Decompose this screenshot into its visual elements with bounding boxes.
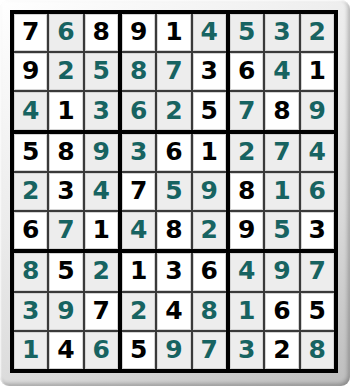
cell-digit: 7 xyxy=(22,19,39,46)
cell-r5c2[interactable]: 3 xyxy=(49,173,82,210)
cell-r9c3[interactable]: 6 xyxy=(85,332,118,369)
cell-r7c3[interactable]: 2 xyxy=(85,253,118,290)
cell-digit: 7 xyxy=(165,58,182,85)
cell-digit: 9 xyxy=(165,337,182,364)
sudoku-box-3: 532641789 xyxy=(230,14,334,130)
cell-r4c1[interactable]: 5 xyxy=(14,134,47,171)
cell-digit: 1 xyxy=(273,178,290,205)
cell-r6c1[interactable]: 6 xyxy=(14,212,47,249)
cell-digit: 2 xyxy=(238,139,255,166)
cell-digit: 6 xyxy=(57,19,74,46)
cell-digit: 7 xyxy=(201,337,218,364)
cell-digit: 3 xyxy=(93,98,110,125)
cell-digit: 3 xyxy=(309,217,326,244)
cell-r7c6[interactable]: 6 xyxy=(193,253,226,290)
cell-r9c9[interactable]: 8 xyxy=(301,332,334,369)
cell-digit: 2 xyxy=(201,217,218,244)
cell-digit: 1 xyxy=(22,337,39,364)
cell-r5c1[interactable]: 2 xyxy=(14,173,47,210)
cell-digit: 5 xyxy=(165,178,182,205)
cell-digit: 3 xyxy=(238,337,255,364)
background-frame: 7689254139148736255326417895892346713617… xyxy=(0,0,350,386)
cell-r1c3[interactable]: 8 xyxy=(85,14,118,51)
cell-r1c5[interactable]: 1 xyxy=(157,14,190,51)
cell-digit: 6 xyxy=(22,217,39,244)
cell-digit: 9 xyxy=(201,178,218,205)
cell-digit: 3 xyxy=(201,58,218,85)
cell-digit: 9 xyxy=(238,217,255,244)
cell-digit: 6 xyxy=(273,298,290,325)
cell-r3c7[interactable]: 7 xyxy=(230,92,263,129)
cell-digit: 6 xyxy=(93,337,110,364)
sudoku-box-grid: 7689254139148736255326417895892346713617… xyxy=(14,14,334,369)
cell-r2c8[interactable]: 4 xyxy=(265,53,298,90)
cell-digit: 9 xyxy=(22,58,39,85)
cell-digit: 5 xyxy=(273,217,290,244)
cell-r4c6[interactable]: 1 xyxy=(193,134,226,171)
cell-r6c4[interactable]: 4 xyxy=(122,212,155,249)
cell-digit: 2 xyxy=(93,258,110,285)
cell-r1c1[interactable]: 7 xyxy=(14,14,47,51)
cell-r4c3[interactable]: 9 xyxy=(85,134,118,171)
cell-digit: 8 xyxy=(273,98,290,125)
cell-digit: 1 xyxy=(93,217,110,244)
cell-digit: 8 xyxy=(130,58,147,85)
cell-digit: 4 xyxy=(201,19,218,46)
cell-r9c1[interactable]: 1 xyxy=(14,332,47,369)
cell-digit: 8 xyxy=(201,298,218,325)
cell-r8c9[interactable]: 5 xyxy=(301,293,334,330)
cell-r3c3[interactable]: 3 xyxy=(85,92,118,129)
cell-r5c9[interactable]: 6 xyxy=(301,173,334,210)
cell-r6c3[interactable]: 1 xyxy=(85,212,118,249)
cell-r4c5[interactable]: 6 xyxy=(157,134,190,171)
sudoku-box-5: 361759482 xyxy=(122,134,226,250)
cell-digit: 7 xyxy=(57,217,74,244)
cell-r6c2[interactable]: 7 xyxy=(49,212,82,249)
cell-r6c8[interactable]: 5 xyxy=(265,212,298,249)
cell-r8c6[interactable]: 8 xyxy=(193,293,226,330)
cell-digit: 8 xyxy=(165,217,182,244)
cell-digit: 6 xyxy=(165,139,182,166)
cell-digit: 4 xyxy=(93,178,110,205)
cell-r7c1[interactable]: 8 xyxy=(14,253,47,290)
cell-digit: 8 xyxy=(22,258,39,285)
cell-r9c4[interactable]: 5 xyxy=(122,332,155,369)
cell-digit: 1 xyxy=(165,19,182,46)
cell-digit: 4 xyxy=(130,217,147,244)
cell-digit: 9 xyxy=(309,98,326,125)
cell-r1c7[interactable]: 5 xyxy=(230,14,263,51)
cell-digit: 5 xyxy=(57,258,74,285)
cell-r1c9[interactable]: 2 xyxy=(301,14,334,51)
cell-digit: 9 xyxy=(57,298,74,325)
cell-digit: 2 xyxy=(273,337,290,364)
cell-r4c8[interactable]: 7 xyxy=(265,134,298,171)
cell-digit: 4 xyxy=(238,258,255,285)
sudoku-box-6: 274816953 xyxy=(230,134,334,250)
cell-r8c2[interactable]: 9 xyxy=(49,293,82,330)
cell-digit: 6 xyxy=(238,58,255,85)
cell-digit: 5 xyxy=(93,58,110,85)
cell-digit: 8 xyxy=(309,337,326,364)
cell-r5c3[interactable]: 4 xyxy=(85,173,118,210)
cell-r1c4[interactable]: 9 xyxy=(122,14,155,51)
cell-digit: 5 xyxy=(238,19,255,46)
cell-r5c4[interactable]: 7 xyxy=(122,173,155,210)
cell-digit: 7 xyxy=(273,139,290,166)
cell-r1c8[interactable]: 3 xyxy=(265,14,298,51)
cell-r9c7[interactable]: 3 xyxy=(230,332,263,369)
sudoku-box-1: 768925413 xyxy=(14,14,118,130)
cell-r6c7[interactable]: 9 xyxy=(230,212,263,249)
cell-r2c6[interactable]: 3 xyxy=(193,53,226,90)
cell-digit: 7 xyxy=(309,258,326,285)
cell-digit: 5 xyxy=(130,337,147,364)
cell-r7c5[interactable]: 3 xyxy=(157,253,190,290)
cell-r7c4[interactable]: 1 xyxy=(122,253,155,290)
cell-digit: 7 xyxy=(130,178,147,205)
cell-r3c6[interactable]: 5 xyxy=(193,92,226,129)
cell-r5c8[interactable]: 1 xyxy=(265,173,298,210)
sudoku-box-2: 914873625 xyxy=(122,14,226,130)
cell-digit: 4 xyxy=(309,139,326,166)
cell-r2c2[interactable]: 2 xyxy=(49,53,82,90)
sudoku-board: 7689254139148736255326417895892346713617… xyxy=(10,10,338,373)
cell-r8c1[interactable]: 3 xyxy=(14,293,47,330)
cell-r9c8[interactable]: 2 xyxy=(265,332,298,369)
cell-r4c7[interactable]: 2 xyxy=(230,134,263,171)
cell-digit: 3 xyxy=(273,19,290,46)
cell-digit: 3 xyxy=(165,258,182,285)
cell-r6c6[interactable]: 2 xyxy=(193,212,226,249)
cell-digit: 6 xyxy=(309,178,326,205)
cell-digit: 5 xyxy=(309,298,326,325)
cell-r5c5[interactable]: 5 xyxy=(157,173,190,210)
cell-r3c1[interactable]: 4 xyxy=(14,92,47,129)
cell-digit: 3 xyxy=(130,139,147,166)
cell-digit: 5 xyxy=(201,98,218,125)
cell-digit: 4 xyxy=(57,337,74,364)
cell-r8c5[interactable]: 4 xyxy=(157,293,190,330)
cell-r8c3[interactable]: 7 xyxy=(85,293,118,330)
cell-r2c3[interactable]: 5 xyxy=(85,53,118,90)
cell-digit: 8 xyxy=(238,178,255,205)
cell-r9c2[interactable]: 4 xyxy=(49,332,82,369)
cell-r4c4[interactable]: 3 xyxy=(122,134,155,171)
cell-digit: 1 xyxy=(238,298,255,325)
cell-r5c7[interactable]: 8 xyxy=(230,173,263,210)
cell-digit: 7 xyxy=(93,298,110,325)
cell-r6c9[interactable]: 3 xyxy=(301,212,334,249)
cell-r3c9[interactable]: 9 xyxy=(301,92,334,129)
cell-digit: 8 xyxy=(93,19,110,46)
cell-digit: 5 xyxy=(22,139,39,166)
sudoku-box-4: 589234671 xyxy=(14,134,118,250)
cell-digit: 1 xyxy=(309,58,326,85)
cell-r2c7[interactable]: 6 xyxy=(230,53,263,90)
cell-r1c6[interactable]: 4 xyxy=(193,14,226,51)
cell-r9c6[interactable]: 7 xyxy=(193,332,226,369)
cell-r3c8[interactable]: 8 xyxy=(265,92,298,129)
cell-digit: 3 xyxy=(22,298,39,325)
cell-digit: 9 xyxy=(130,19,147,46)
cell-r3c4[interactable]: 6 xyxy=(122,92,155,129)
cell-digit: 6 xyxy=(130,98,147,125)
cell-r7c7[interactable]: 4 xyxy=(230,253,263,290)
cell-digit: 9 xyxy=(273,258,290,285)
cell-digit: 6 xyxy=(201,258,218,285)
cell-digit: 1 xyxy=(201,139,218,166)
cell-r8c4[interactable]: 2 xyxy=(122,293,155,330)
cell-digit: 2 xyxy=(130,298,147,325)
cell-r8c7[interactable]: 1 xyxy=(230,293,263,330)
cell-r4c2[interactable]: 8 xyxy=(49,134,82,171)
cell-digit: 3 xyxy=(57,178,74,205)
cell-r2c1[interactable]: 9 xyxy=(14,53,47,90)
cell-digit: 2 xyxy=(309,19,326,46)
cell-digit: 4 xyxy=(22,98,39,125)
cell-digit: 2 xyxy=(165,98,182,125)
cell-r7c9[interactable]: 7 xyxy=(301,253,334,290)
cell-digit: 8 xyxy=(57,139,74,166)
cell-r2c5[interactable]: 7 xyxy=(157,53,190,90)
sudoku-box-8: 136248597 xyxy=(122,253,226,369)
cell-digit: 4 xyxy=(273,58,290,85)
cell-r7c2[interactable]: 5 xyxy=(49,253,82,290)
cell-r9c5[interactable]: 9 xyxy=(157,332,190,369)
cell-r3c5[interactable]: 2 xyxy=(157,92,190,129)
cell-r7c8[interactable]: 9 xyxy=(265,253,298,290)
cell-digit: 9 xyxy=(93,139,110,166)
cell-r3c2[interactable]: 1 xyxy=(49,92,82,129)
sudoku-box-9: 497165328 xyxy=(230,253,334,369)
cell-digit: 7 xyxy=(238,98,255,125)
cell-r2c4[interactable]: 8 xyxy=(122,53,155,90)
sudoku-box-7: 852397146 xyxy=(14,253,118,369)
cell-digit: 1 xyxy=(130,258,147,285)
cell-r6c5[interactable]: 8 xyxy=(157,212,190,249)
cell-r8c8[interactable]: 6 xyxy=(265,293,298,330)
cell-r5c6[interactable]: 9 xyxy=(193,173,226,210)
cell-r4c9[interactable]: 4 xyxy=(301,134,334,171)
cell-digit: 4 xyxy=(165,298,182,325)
cell-r1c2[interactable]: 6 xyxy=(49,14,82,51)
cell-r2c9[interactable]: 1 xyxy=(301,53,334,90)
cell-digit: 2 xyxy=(57,58,74,85)
cell-digit: 2 xyxy=(22,178,39,205)
cell-digit: 1 xyxy=(57,98,74,125)
